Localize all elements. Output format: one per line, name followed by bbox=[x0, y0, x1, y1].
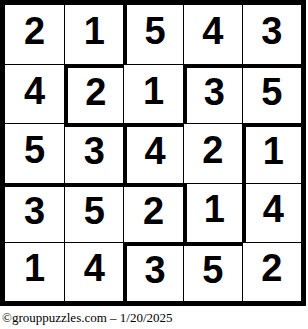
cell-digit: 1 bbox=[204, 190, 225, 235]
cell-r3c3: 4 bbox=[123, 123, 182, 182]
puzzle-grid: 2154342135534213521414352 bbox=[0, 0, 306, 306]
cell-r1c5: 3 bbox=[242, 5, 301, 64]
cell-r4c5: 4 bbox=[242, 183, 301, 242]
cell-r5c5: 2 bbox=[242, 242, 301, 301]
cell-digit: 2 bbox=[143, 192, 164, 237]
cell-r1c2: 1 bbox=[64, 5, 123, 64]
cell-digit: 5 bbox=[261, 73, 282, 118]
cell-r4c4: 1 bbox=[183, 183, 242, 242]
cell-digit: 3 bbox=[261, 12, 282, 57]
cell-digit: 5 bbox=[202, 251, 223, 296]
cell-r3c5: 1 bbox=[242, 123, 301, 182]
cell-digit: 3 bbox=[24, 192, 45, 237]
cell-r3c2: 3 bbox=[64, 123, 123, 182]
cell-digit: 2 bbox=[261, 249, 282, 294]
cell-r1c4: 4 bbox=[183, 5, 242, 64]
cell-r4c2: 5 bbox=[64, 183, 123, 242]
cell-digit: 4 bbox=[24, 72, 45, 117]
cell-digit: 1 bbox=[84, 12, 105, 57]
cell-r5c3: 3 bbox=[123, 242, 182, 301]
cell-digit: 4 bbox=[144, 132, 165, 177]
cell-r5c4: 5 bbox=[183, 242, 242, 301]
cell-digit: 4 bbox=[84, 249, 105, 294]
cell-r1c1: 2 bbox=[5, 5, 64, 64]
cell-digit: 5 bbox=[84, 192, 105, 237]
cell-r2c5: 5 bbox=[242, 64, 301, 123]
cell-r2c2: 2 bbox=[64, 64, 123, 123]
cell-digit: 2 bbox=[85, 73, 106, 118]
cell-digit: 5 bbox=[144, 12, 165, 57]
cell-r5c2: 4 bbox=[64, 242, 123, 301]
cell-r3c1: 5 bbox=[5, 123, 64, 182]
cell-r2c3: 1 bbox=[123, 64, 182, 123]
cell-digit: 2 bbox=[202, 131, 223, 176]
cell-digit: 1 bbox=[263, 132, 284, 177]
cell-r5c1: 1 bbox=[5, 242, 64, 301]
cell-digit: 3 bbox=[144, 251, 165, 296]
cell-digit: 1 bbox=[143, 72, 164, 117]
cell-digit: 4 bbox=[202, 12, 223, 57]
cell-r1c3: 5 bbox=[123, 5, 182, 64]
cell-r3c4: 2 bbox=[183, 123, 242, 182]
cell-r2c4: 3 bbox=[183, 64, 242, 123]
cell-digit: 1 bbox=[24, 249, 45, 294]
cell-r4c3: 2 bbox=[123, 183, 182, 242]
cell-digit: 3 bbox=[204, 73, 225, 118]
cell-digit: 2 bbox=[24, 12, 45, 57]
copyright-caption: ©grouppuzzles.com – 1/20/2025 bbox=[2, 310, 173, 326]
cell-r2c1: 4 bbox=[5, 64, 64, 123]
cell-digit: 4 bbox=[263, 190, 284, 235]
cell-digit: 3 bbox=[84, 132, 105, 177]
cell-r4c1: 3 bbox=[5, 183, 64, 242]
cell-digit: 5 bbox=[24, 131, 45, 176]
